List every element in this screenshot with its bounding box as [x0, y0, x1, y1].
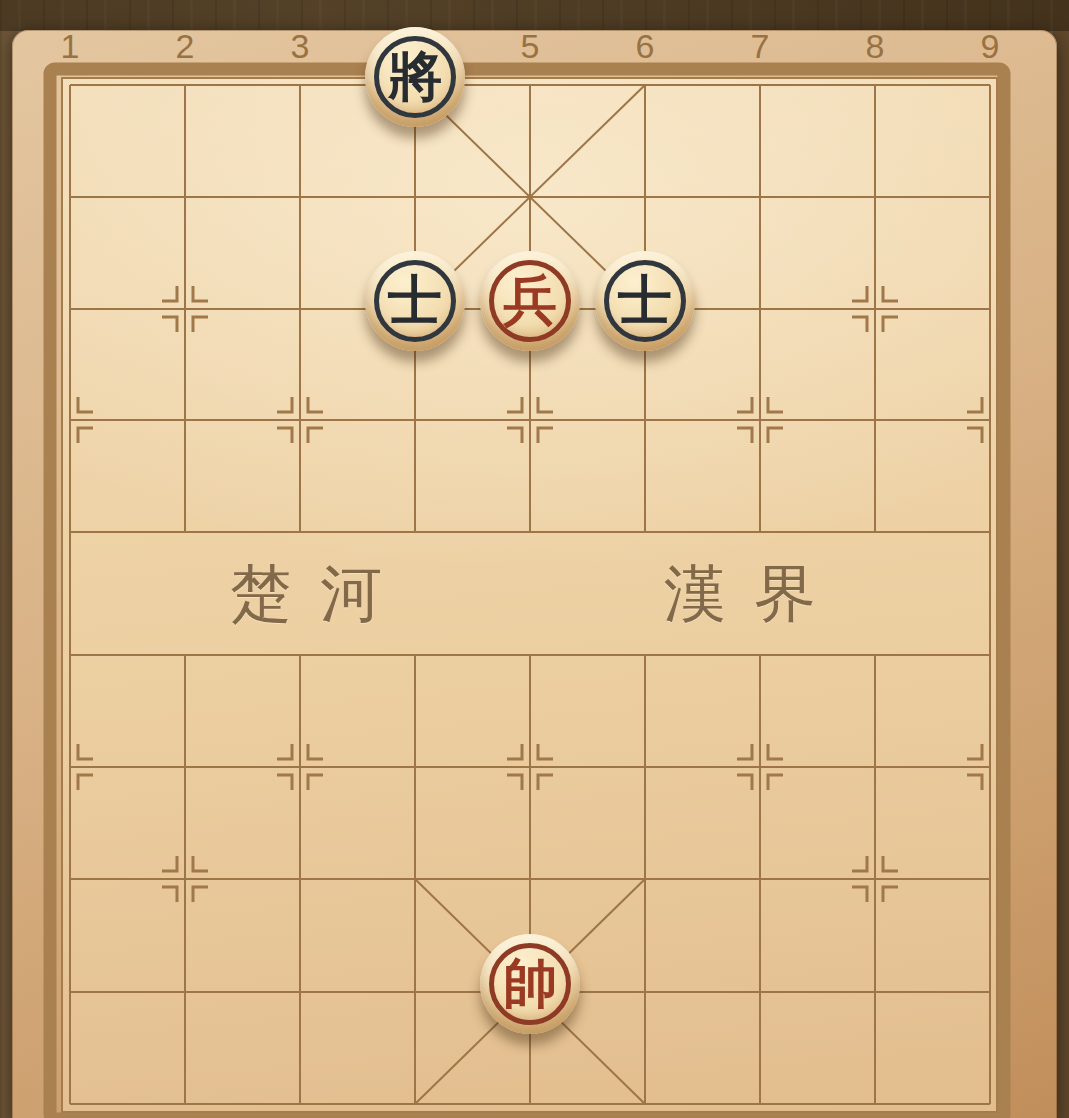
piece-black-general[interactable]: 將: [365, 27, 465, 127]
piece-character: 將: [365, 27, 465, 127]
river-label-right: 漢界: [664, 552, 844, 636]
piece-black-advisor-right[interactable]: 士: [595, 251, 695, 351]
piece-red-soldier[interactable]: 兵: [480, 251, 580, 351]
piece-black-advisor-left[interactable]: 士: [365, 251, 465, 351]
river-label-left: 楚河: [230, 552, 410, 636]
piece-character: 士: [595, 251, 695, 351]
piece-character: 士: [365, 251, 465, 351]
piece-red-general[interactable]: 帥: [480, 934, 580, 1034]
piece-character: 帥: [480, 934, 580, 1034]
table-edge-strip: [0, 0, 1069, 31]
piece-character: 兵: [480, 251, 580, 351]
game-table: 123456789 楚河 漢界 將士兵士帥: [0, 0, 1069, 1118]
